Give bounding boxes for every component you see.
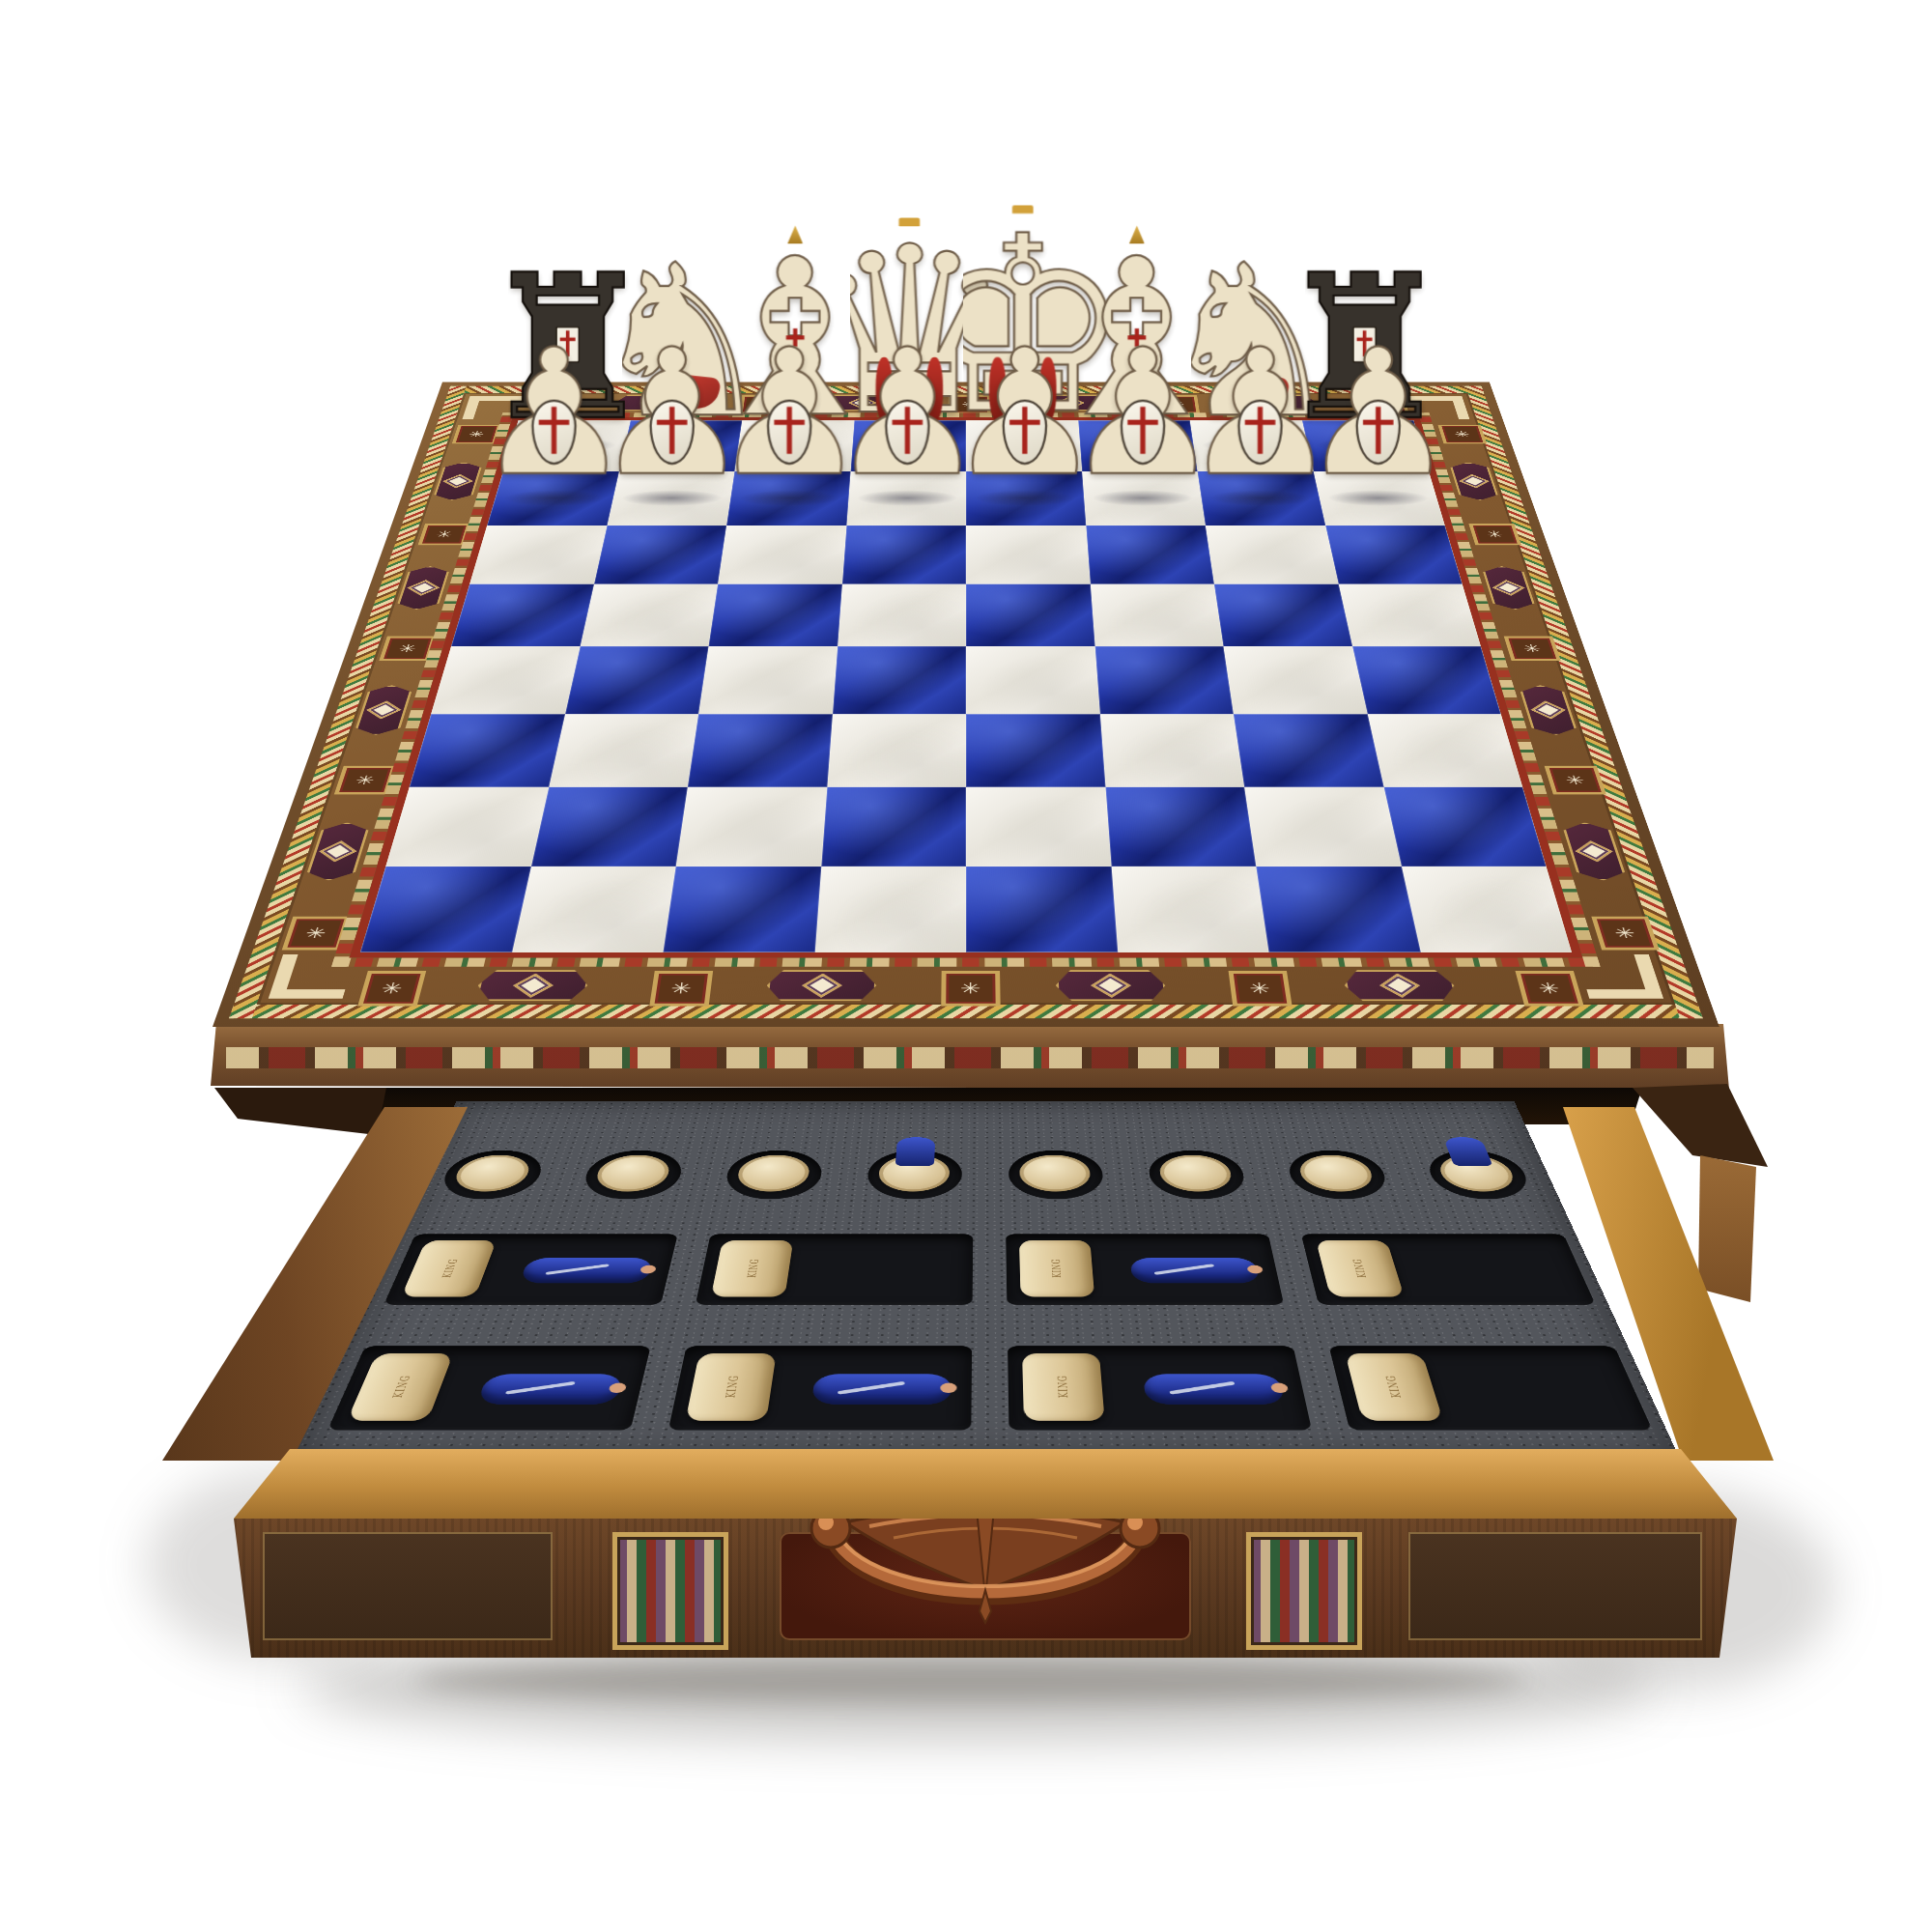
diamond-medallion-icon [474,970,590,1001]
base-engraving: KING [745,1259,761,1278]
stored-blue-piece-lying[interactable] [476,1374,623,1404]
rosette-star-icon [379,637,436,662]
foam-compartment: KING [384,1234,677,1304]
rosette-star-icon [282,917,350,951]
foam-round-slot [723,1151,825,1200]
stored-piece-base-cylinder[interactable]: KING [401,1240,497,1297]
drawer-front[interactable] [234,1519,1737,1658]
rosette-star-icon [1437,425,1487,444]
stored-piece-base[interactable] [1019,1155,1092,1192]
drawer-front-panel-dark [1408,1532,1702,1640]
stored-piece-base[interactable] [735,1155,811,1192]
rosette-star-icon [1591,917,1660,951]
drawer-front-panel-dark [263,1532,553,1640]
rosette-star-icon [1515,971,1583,1007]
stored-blue-piece-lying[interactable] [1130,1258,1261,1283]
diamond-medallion-icon [1055,970,1167,1001]
foam-compartment: KING [1006,1234,1284,1304]
rosette-star-icon [1504,637,1561,662]
foam-insert: KINGKINGKINGKINGKINGKINGKINGKING [290,1101,1681,1461]
rosette-star-icon [1229,971,1293,1007]
foam-round-slot [866,1151,962,1200]
base-engraving: KING [1049,1259,1063,1278]
diamond-medallion-icon [1030,395,1110,412]
front-shadow [415,1658,1526,1702]
stored-piece-base-cylinder[interactable]: KING [347,1353,453,1421]
foam-round-slot [1009,1151,1105,1200]
stored-blue-piece-lying[interactable] [520,1258,654,1283]
drawer-front-panel-mosaic [1246,1532,1362,1650]
base-engraving: KING [440,1259,460,1278]
foam-round-slot [1147,1151,1249,1200]
diamond-medallion-icon [822,395,902,412]
rosette-star-icon [530,395,578,413]
diamond-medallion-icon [613,395,696,412]
foam-compartment: KING [668,1346,972,1430]
drawer-front-rim[interactable] [234,1449,1737,1519]
stored-piece-base-cylinder[interactable]: KING [1022,1353,1105,1421]
rosette-star-icon [941,971,1000,1007]
base-engraving: KING [1383,1375,1404,1398]
stored-blue-piece-lying[interactable] [811,1374,952,1404]
chess-board: ♜♞♝♛♚♝♞♜♟♟♟♟♟♟♟♟ [213,383,1719,1027]
foam-compartment: KING [327,1346,651,1430]
rosette-star-icon [739,395,783,413]
board-perspective-wrap: ♜♞♝♛♚♝♞♜♟♟♟♟♟♟♟♟ [213,0,1719,1027]
base-engraving: KING [1055,1375,1070,1398]
stored-piece-base[interactable] [592,1155,673,1192]
rosette-star-icon [649,971,713,1007]
base-engraving: KING [723,1375,740,1398]
rosette-star-icon [452,425,501,444]
diamond-medallion-icon [1342,970,1458,1001]
rosette-star-icon [949,395,991,413]
rosette-star-icon [1545,766,1606,795]
foam-round-slot [579,1151,687,1200]
foam-round-slot [435,1151,549,1200]
stored-piece-base[interactable] [1157,1155,1234,1192]
stored-piece-base[interactable] [449,1155,534,1192]
foam-compartment: KING [1008,1346,1312,1430]
rosette-star-icon [1361,395,1408,413]
pieces-layer: ♜♞♝♛♚♝♞♜♟♟♟♟♟♟♟♟ [213,383,1719,1027]
foam-round-slot [1422,1151,1536,1200]
drawer-front-panel-mosaic [612,1532,728,1650]
case-latch[interactable] [1696,1155,1756,1302]
stored-piece-base-cylinder[interactable]: KING [1345,1353,1443,1421]
rosette-star-icon [418,524,471,545]
stored-piece-base[interactable] [1296,1155,1378,1192]
rosette-star-icon [1155,395,1200,413]
foam-compartment: KING [1301,1234,1596,1304]
stored-piece-base-cylinder[interactable]: KING [711,1240,793,1297]
foam-round-slot [1284,1151,1392,1200]
foam-compartment: KING [1329,1346,1653,1430]
diamond-medallion-icon [1236,395,1319,412]
foam-compartment: KING [696,1234,973,1304]
chess-box-scene: KINGKINGKINGKINGKINGKINGKINGKING [0,0,1932,1932]
inner-dash-band [331,958,1601,967]
rosette-star-icon [1468,524,1521,545]
base-engraving: KING [389,1375,412,1398]
diamond-medallion-icon [765,970,877,1001]
stored-piece-base-cylinder[interactable]: KING [685,1353,776,1421]
crown-icon [1012,206,1034,214]
rosette-star-icon [334,766,396,795]
stored-blue-piece[interactable] [895,1137,935,1166]
stored-piece-base-cylinder[interactable]: KING [1019,1240,1094,1297]
rosette-star-icon [357,971,426,1007]
stored-blue-piece-lying[interactable] [1143,1374,1286,1404]
stored-piece-base-cylinder[interactable]: KING [1316,1240,1405,1297]
base-engraving: KING [1350,1259,1369,1278]
